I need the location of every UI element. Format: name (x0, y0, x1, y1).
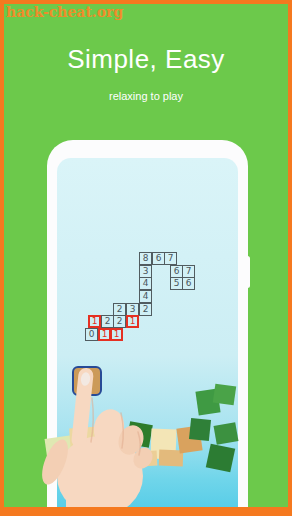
decor-block (189, 418, 211, 441)
pointing-hand-icon (28, 358, 162, 516)
decor-block (206, 444, 235, 473)
watermark: hack-cheat.org (6, 4, 123, 20)
promo-screenshot: hack-cheat.org Simple, Easy relaxing to … (0, 0, 292, 516)
page-title: Simple, Easy (0, 44, 292, 75)
decor-block (213, 384, 236, 406)
decor-block (214, 422, 239, 445)
page-subtitle: relaxing to play (0, 90, 292, 102)
